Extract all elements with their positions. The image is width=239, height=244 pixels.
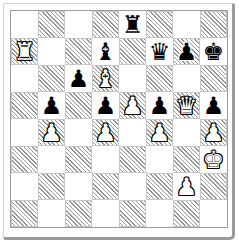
square-f8[interactable] xyxy=(146,11,173,38)
square-e4[interactable] xyxy=(119,119,146,146)
square-h6[interactable] xyxy=(200,65,227,92)
square-a3[interactable] xyxy=(11,146,38,173)
square-a1[interactable] xyxy=(11,200,38,227)
square-b5[interactable]: ♟ xyxy=(38,92,65,119)
square-a7[interactable]: ♜ xyxy=(11,38,38,65)
white-pawn-f4[interactable]: ♟ xyxy=(149,121,171,145)
square-a6[interactable] xyxy=(11,65,38,92)
square-a5[interactable] xyxy=(11,92,38,119)
square-e5[interactable]: ♟ xyxy=(119,92,146,119)
square-f7[interactable]: ♛ xyxy=(146,38,173,65)
square-e1[interactable] xyxy=(119,200,146,227)
black-pawn-b5[interactable]: ♟ xyxy=(41,94,63,118)
square-g8[interactable] xyxy=(173,11,200,38)
square-c7[interactable] xyxy=(65,38,92,65)
square-e7[interactable] xyxy=(119,38,146,65)
square-a4[interactable] xyxy=(11,119,38,146)
square-c5[interactable] xyxy=(65,92,92,119)
square-f2[interactable] xyxy=(146,173,173,200)
square-g2[interactable]: ♟ xyxy=(173,173,200,200)
square-d3[interactable] xyxy=(92,146,119,173)
square-g4[interactable] xyxy=(173,119,200,146)
white-pawn-e5[interactable]: ♟ xyxy=(122,94,144,118)
white-pawn-d4[interactable]: ♟ xyxy=(95,121,117,145)
square-f1[interactable] xyxy=(146,200,173,227)
square-c2[interactable] xyxy=(65,173,92,200)
white-queen-g5[interactable]: ♛ xyxy=(176,94,198,118)
black-pawn-g7[interactable]: ♟ xyxy=(176,40,198,64)
white-pawn-g2[interactable]: ♟ xyxy=(176,175,198,199)
square-b2[interactable] xyxy=(38,173,65,200)
square-b1[interactable] xyxy=(38,200,65,227)
black-king-h7[interactable]: ♚ xyxy=(203,40,225,64)
square-d6[interactable]: ♝ xyxy=(92,65,119,92)
square-b3[interactable] xyxy=(38,146,65,173)
black-rook-e8[interactable]: ♜ xyxy=(122,13,144,37)
square-b7[interactable] xyxy=(38,38,65,65)
square-c3[interactable] xyxy=(65,146,92,173)
square-h3[interactable]: ♚ xyxy=(200,146,227,173)
black-pawn-f5[interactable]: ♟ xyxy=(149,94,171,118)
square-b6[interactable] xyxy=(38,65,65,92)
square-g5[interactable]: ♛ xyxy=(173,92,200,119)
white-bishop-d6[interactable]: ♝ xyxy=(95,67,117,91)
square-d5[interactable]: ♟ xyxy=(92,92,119,119)
square-h7[interactable]: ♚ xyxy=(200,38,227,65)
square-e3[interactable] xyxy=(119,146,146,173)
square-h1[interactable] xyxy=(200,200,227,227)
black-bishop-d7[interactable]: ♝ xyxy=(95,40,117,64)
photo-frame: ♜♜♝♛♟♚♟♝♟♟♟♟♛♟♟♟♟♟♚♟ xyxy=(3,3,235,240)
square-h8[interactable] xyxy=(200,11,227,38)
black-pawn-h5[interactable]: ♟ xyxy=(203,94,225,118)
square-a8[interactable] xyxy=(11,11,38,38)
square-d8[interactable] xyxy=(92,11,119,38)
square-g1[interactable] xyxy=(173,200,200,227)
square-d2[interactable] xyxy=(92,173,119,200)
white-pawn-h4[interactable]: ♟ xyxy=(203,121,225,145)
square-f3[interactable] xyxy=(146,146,173,173)
square-f4[interactable]: ♟ xyxy=(146,119,173,146)
square-e6[interactable] xyxy=(119,65,146,92)
square-c8[interactable] xyxy=(65,11,92,38)
square-d7[interactable]: ♝ xyxy=(92,38,119,65)
black-pawn-c6[interactable]: ♟ xyxy=(68,67,90,91)
black-pawn-d5[interactable]: ♟ xyxy=(95,94,117,118)
square-a2[interactable] xyxy=(11,173,38,200)
square-h2[interactable] xyxy=(200,173,227,200)
square-e2[interactable] xyxy=(119,173,146,200)
square-g6[interactable] xyxy=(173,65,200,92)
chess-board: ♜♜♝♛♟♚♟♝♟♟♟♟♛♟♟♟♟♟♚♟ xyxy=(10,10,228,228)
square-d1[interactable] xyxy=(92,200,119,227)
square-h5[interactable]: ♟ xyxy=(200,92,227,119)
square-c4[interactable] xyxy=(65,119,92,146)
white-pawn-b4[interactable]: ♟ xyxy=(41,121,63,145)
square-b4[interactable]: ♟ xyxy=(38,119,65,146)
black-queen-f7[interactable]: ♛ xyxy=(149,40,171,64)
square-f6[interactable] xyxy=(146,65,173,92)
square-h4[interactable]: ♟ xyxy=(200,119,227,146)
square-c6[interactable]: ♟ xyxy=(65,65,92,92)
square-c1[interactable] xyxy=(65,200,92,227)
square-f5[interactable]: ♟ xyxy=(146,92,173,119)
square-e8[interactable]: ♜ xyxy=(119,11,146,38)
white-king-h3[interactable]: ♚ xyxy=(203,148,225,172)
white-rook-a7[interactable]: ♜ xyxy=(14,40,36,64)
square-d4[interactable]: ♟ xyxy=(92,119,119,146)
square-g7[interactable]: ♟ xyxy=(173,38,200,65)
square-g3[interactable] xyxy=(173,146,200,173)
square-b8[interactable] xyxy=(38,11,65,38)
